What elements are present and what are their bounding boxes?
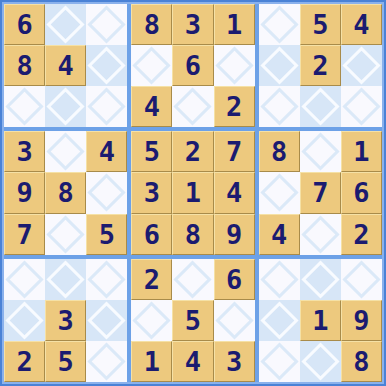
cell-r7c1[interactable]: [4, 259, 45, 300]
cell-r9c2: 5: [45, 341, 86, 382]
cell-r3c5[interactable]: [172, 86, 213, 127]
given-digit: 6: [353, 177, 369, 208]
given-digit: 9: [16, 177, 32, 208]
empty-cell-diamond-icon: [301, 215, 339, 253]
cell-r3c2[interactable]: [45, 86, 86, 127]
given-digit: 8: [353, 346, 369, 377]
empty-cell-diamond-icon: [88, 342, 126, 380]
given-digit: 4: [271, 219, 287, 250]
cell-r3c3[interactable]: [86, 86, 127, 127]
cell-r4c3: 4: [86, 131, 127, 172]
given-digit: 2: [226, 91, 242, 122]
sudoku-board: 6831548462423452781983147675689422635192…: [4, 4, 382, 382]
given-digit: 3: [16, 136, 32, 167]
cell-r9c5: 4: [172, 341, 213, 382]
given-digit: 4: [58, 50, 74, 81]
cell-r4c9: 1: [341, 131, 382, 172]
empty-cell-diamond-icon: [215, 301, 253, 339]
given-digit: 2: [185, 136, 201, 167]
given-digit: 2: [16, 346, 32, 377]
cell-r4c6: 7: [214, 131, 255, 172]
cell-r4c4: 5: [131, 131, 172, 172]
cell-r5c4: 3: [131, 172, 172, 213]
empty-cell-diamond-icon: [174, 260, 212, 298]
empty-cell-diamond-icon: [88, 5, 126, 43]
empty-cell-diamond-icon: [260, 5, 298, 43]
given-digit: 9: [353, 305, 369, 336]
cell-r9c8[interactable]: [300, 341, 341, 382]
given-digit: 5: [144, 136, 160, 167]
empty-cell-diamond-icon: [301, 342, 339, 380]
cell-r4c8[interactable]: [300, 131, 341, 172]
cell-r7c2[interactable]: [45, 259, 86, 300]
empty-cell-diamond-icon: [342, 260, 380, 298]
given-digit: 8: [185, 219, 201, 250]
cell-r1c8: 5: [300, 4, 341, 45]
cell-r3c6: 2: [214, 86, 255, 127]
empty-cell-diamond-icon: [5, 301, 43, 339]
cell-r6c7: 4: [259, 214, 300, 255]
given-digit: 8: [144, 9, 160, 40]
cell-r6c1: 7: [4, 214, 45, 255]
given-digit: 6: [144, 219, 160, 250]
cell-r5c5: 1: [172, 172, 213, 213]
cell-r8c6[interactable]: [214, 300, 255, 341]
empty-cell-diamond-icon: [174, 88, 212, 126]
cell-r2c5: 6: [172, 45, 213, 86]
empty-cell-diamond-icon: [260, 342, 298, 380]
cell-r6c9: 2: [341, 214, 382, 255]
cell-r5c7[interactable]: [259, 172, 300, 213]
cell-r5c1: 9: [4, 172, 45, 213]
given-digit: 4: [144, 91, 160, 122]
cell-r1c4: 8: [131, 4, 172, 45]
given-digit: 9: [226, 219, 242, 250]
cell-r6c4: 6: [131, 214, 172, 255]
given-digit: 4: [185, 346, 201, 377]
cell-r1c2[interactable]: [45, 4, 86, 45]
given-digit: 6: [185, 50, 201, 81]
given-digit: 1: [226, 9, 242, 40]
cell-r4c7: 8: [259, 131, 300, 172]
empty-cell-diamond-icon: [342, 88, 380, 126]
cell-r5c9: 6: [341, 172, 382, 213]
cell-r1c3[interactable]: [86, 4, 127, 45]
given-digit: 3: [58, 305, 74, 336]
given-digit: 2: [144, 264, 160, 295]
cell-r9c4: 1: [131, 341, 172, 382]
given-digit: 5: [185, 305, 201, 336]
cell-r3c9[interactable]: [341, 86, 382, 127]
cell-r2c9[interactable]: [341, 45, 382, 86]
cell-r1c1: 6: [4, 4, 45, 45]
cell-r9c6: 3: [214, 341, 255, 382]
given-digit: 1: [312, 305, 328, 336]
empty-cell-diamond-icon: [260, 260, 298, 298]
sudoku-board-frame-inner: 6831548462423452781983147675689422635192…: [2, 2, 384, 384]
given-digit: 8: [16, 50, 32, 81]
cell-r8c9: 9: [341, 300, 382, 341]
cell-r3c8[interactable]: [300, 86, 341, 127]
cell-r5c8: 7: [300, 172, 341, 213]
given-digit: 3: [144, 177, 160, 208]
empty-cell-diamond-icon: [47, 88, 85, 126]
cell-r7c3[interactable]: [86, 259, 127, 300]
cell-r2c1: 8: [4, 45, 45, 86]
given-digit: 3: [226, 346, 242, 377]
given-digit: 5: [58, 346, 74, 377]
cell-r2c2: 4: [45, 45, 86, 86]
cell-r8c2: 3: [45, 300, 86, 341]
cell-r7c6: 6: [214, 259, 255, 300]
cell-r1c6: 1: [214, 4, 255, 45]
empty-cell-diamond-icon: [88, 47, 126, 85]
empty-cell-diamond-icon: [301, 88, 339, 126]
empty-cell-diamond-icon: [342, 47, 380, 85]
given-digit: 4: [226, 177, 242, 208]
empty-cell-diamond-icon: [260, 47, 298, 85]
cell-r7c7[interactable]: [259, 259, 300, 300]
cell-r9c1: 2: [4, 341, 45, 382]
cell-r1c7[interactable]: [259, 4, 300, 45]
given-digit: 8: [58, 177, 74, 208]
cell-r2c8: 2: [300, 45, 341, 86]
given-digit: 1: [185, 177, 201, 208]
given-digit: 4: [353, 9, 369, 40]
cell-r5c3[interactable]: [86, 172, 127, 213]
empty-cell-diamond-icon: [301, 133, 339, 171]
cell-r8c7[interactable]: [259, 300, 300, 341]
cell-r7c9[interactable]: [341, 259, 382, 300]
empty-cell-diamond-icon: [133, 47, 171, 85]
given-digit: 6: [226, 264, 242, 295]
cell-r6c6: 9: [214, 214, 255, 255]
given-digit: 8: [271, 136, 287, 167]
empty-cell-diamond-icon: [47, 5, 85, 43]
cell-r9c3[interactable]: [86, 341, 127, 382]
cell-r3c7[interactable]: [259, 86, 300, 127]
cell-r8c4[interactable]: [131, 300, 172, 341]
cell-r2c4[interactable]: [131, 45, 172, 86]
empty-cell-diamond-icon: [260, 88, 298, 126]
cell-r3c1[interactable]: [4, 86, 45, 127]
given-digit: 2: [312, 50, 328, 81]
given-digit: 1: [353, 136, 369, 167]
empty-cell-diamond-icon: [88, 88, 126, 126]
cell-r4c1: 3: [4, 131, 45, 172]
given-digit: 7: [226, 136, 242, 167]
given-digit: 6: [16, 9, 32, 40]
cell-r4c2[interactable]: [45, 131, 86, 172]
cell-r7c8[interactable]: [300, 259, 341, 300]
empty-cell-diamond-icon: [88, 260, 126, 298]
cell-r9c7[interactable]: [259, 341, 300, 382]
cell-r6c5: 8: [172, 214, 213, 255]
cell-r2c6[interactable]: [214, 45, 255, 86]
cell-r8c8: 1: [300, 300, 341, 341]
empty-cell-diamond-icon: [47, 133, 85, 171]
given-digit: 7: [16, 219, 32, 250]
given-digit: 7: [312, 177, 328, 208]
empty-cell-diamond-icon: [133, 301, 171, 339]
given-digit: 1: [144, 346, 160, 377]
empty-cell-diamond-icon: [88, 301, 126, 339]
sudoku-board-frame: 6831548462423452781983147675689422635192…: [0, 0, 386, 386]
empty-cell-diamond-icon: [88, 174, 126, 212]
cell-r2c7[interactable]: [259, 45, 300, 86]
cell-r8c3[interactable]: [86, 300, 127, 341]
cell-r6c3: 5: [86, 214, 127, 255]
empty-cell-diamond-icon: [47, 260, 85, 298]
cell-r5c6: 4: [214, 172, 255, 213]
empty-cell-diamond-icon: [301, 260, 339, 298]
cell-r7c4: 2: [131, 259, 172, 300]
empty-cell-diamond-icon: [47, 215, 85, 253]
given-digit: 4: [99, 136, 115, 167]
cell-r1c5: 3: [172, 4, 213, 45]
cell-r5c2: 8: [45, 172, 86, 213]
empty-cell-diamond-icon: [260, 174, 298, 212]
cell-r3c4: 4: [131, 86, 172, 127]
cell-r2c3[interactable]: [86, 45, 127, 86]
cell-r1c9: 4: [341, 4, 382, 45]
empty-cell-diamond-icon: [215, 47, 253, 85]
empty-cell-diamond-icon: [5, 88, 43, 126]
cell-r8c1[interactable]: [4, 300, 45, 341]
cell-r4c5: 2: [172, 131, 213, 172]
cell-r6c8[interactable]: [300, 214, 341, 255]
empty-cell-diamond-icon: [5, 260, 43, 298]
given-digit: 5: [99, 219, 115, 250]
given-digit: 5: [312, 9, 328, 40]
cell-r9c9: 8: [341, 341, 382, 382]
cell-r8c5: 5: [172, 300, 213, 341]
cell-r7c5[interactable]: [172, 259, 213, 300]
cell-r6c2[interactable]: [45, 214, 86, 255]
given-digit: 2: [353, 219, 369, 250]
given-digit: 3: [185, 9, 201, 40]
empty-cell-diamond-icon: [260, 301, 298, 339]
